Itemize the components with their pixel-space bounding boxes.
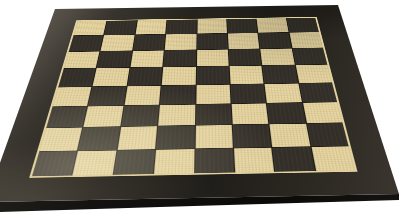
square-f5[interactable] bbox=[230, 66, 264, 84]
square-d4[interactable] bbox=[160, 85, 195, 105]
square-b1[interactable] bbox=[73, 150, 116, 175]
square-h4[interactable] bbox=[299, 83, 337, 102]
square-c8[interactable] bbox=[135, 20, 166, 35]
square-h2[interactable] bbox=[307, 123, 349, 146]
board-pinstripe-border bbox=[29, 17, 357, 178]
square-c5[interactable] bbox=[127, 67, 162, 85]
square-f7[interactable] bbox=[228, 33, 260, 49]
square-h8[interactable] bbox=[286, 18, 318, 33]
square-a1[interactable] bbox=[32, 151, 77, 176]
square-d7[interactable] bbox=[165, 34, 196, 50]
square-c1[interactable] bbox=[113, 150, 155, 175]
square-b4[interactable] bbox=[88, 86, 126, 106]
square-e8[interactable] bbox=[197, 19, 227, 34]
square-c4[interactable] bbox=[124, 85, 160, 105]
square-d8[interactable] bbox=[166, 19, 196, 34]
square-g2[interactable] bbox=[270, 124, 310, 147]
square-f2[interactable] bbox=[233, 124, 272, 147]
square-a6[interactable] bbox=[64, 51, 100, 68]
square-a7[interactable] bbox=[69, 36, 104, 52]
square-a3[interactable] bbox=[46, 106, 87, 127]
square-d1[interactable] bbox=[154, 149, 194, 174]
square-f6[interactable] bbox=[229, 49, 262, 66]
square-e5[interactable] bbox=[196, 66, 229, 84]
square-c2[interactable] bbox=[117, 126, 157, 149]
square-c7[interactable] bbox=[133, 35, 165, 51]
square-f1[interactable] bbox=[234, 147, 275, 172]
square-f3[interactable] bbox=[232, 103, 269, 124]
square-h7[interactable] bbox=[289, 32, 323, 48]
square-g1[interactable] bbox=[273, 147, 315, 172]
square-g8[interactable] bbox=[257, 18, 289, 33]
square-a5[interactable] bbox=[58, 68, 96, 86]
square-a4[interactable] bbox=[53, 87, 92, 107]
square-g3[interactable] bbox=[267, 103, 305, 124]
playing-area bbox=[32, 18, 355, 177]
square-d5[interactable] bbox=[162, 67, 196, 85]
square-e4[interactable] bbox=[196, 84, 231, 104]
square-e2[interactable] bbox=[195, 125, 233, 148]
square-h6[interactable] bbox=[292, 48, 327, 65]
square-g4[interactable] bbox=[265, 83, 302, 102]
square-c3[interactable] bbox=[121, 105, 159, 126]
square-g5[interactable] bbox=[263, 65, 298, 83]
square-h5[interactable] bbox=[295, 65, 331, 83]
square-d3[interactable] bbox=[158, 105, 195, 126]
square-b8[interactable] bbox=[104, 20, 136, 35]
square-h1[interactable] bbox=[311, 146, 355, 171]
chessboard-photo bbox=[0, 0, 400, 216]
square-e1[interactable] bbox=[195, 148, 234, 173]
square-e3[interactable] bbox=[195, 104, 231, 125]
square-b7[interactable] bbox=[101, 35, 135, 51]
square-a8[interactable] bbox=[73, 21, 106, 36]
square-e6[interactable] bbox=[196, 49, 228, 66]
square-h3[interactable] bbox=[303, 102, 343, 123]
square-a2[interactable] bbox=[39, 128, 82, 151]
square-g7[interactable] bbox=[259, 33, 292, 49]
square-b5[interactable] bbox=[93, 68, 129, 86]
square-e7[interactable] bbox=[197, 34, 228, 50]
square-f4[interactable] bbox=[230, 84, 266, 104]
square-b6[interactable] bbox=[97, 51, 132, 68]
square-b2[interactable] bbox=[78, 127, 119, 150]
square-f8[interactable] bbox=[227, 19, 258, 34]
square-d2[interactable] bbox=[156, 126, 194, 149]
square-c6[interactable] bbox=[130, 50, 164, 67]
square-d6[interactable] bbox=[163, 50, 195, 67]
square-b3[interactable] bbox=[84, 106, 124, 127]
square-g6[interactable] bbox=[260, 48, 294, 65]
chessboard bbox=[0, 5, 399, 202]
